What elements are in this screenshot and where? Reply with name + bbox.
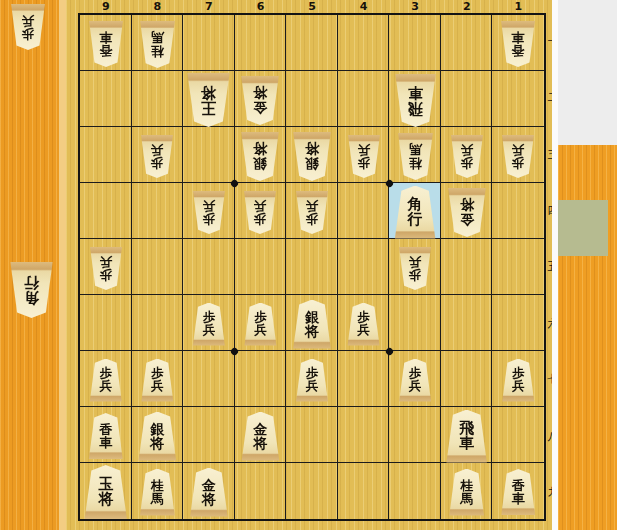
square-8e[interactable] (132, 239, 184, 295)
piece-kanji: 香 (512, 44, 525, 57)
piece-kanji: 兵 (203, 324, 216, 337)
piece-kanji: 行 (408, 212, 423, 227)
piece-kanji: 金 (253, 422, 267, 436)
square-7h[interactable] (183, 407, 235, 463)
piece-kanji: 将 (305, 324, 319, 338)
square-3f[interactable] (389, 295, 441, 351)
piece-kanji: 車 (99, 436, 112, 449)
tray-indicator (558, 200, 608, 256)
piece-kanji: 将 (253, 142, 267, 156)
square-3i[interactable] (389, 463, 441, 519)
piece-kanji: 馬 (151, 492, 164, 505)
piece-kanji: 金 (460, 212, 474, 226)
file-label: 8 (132, 0, 184, 13)
gote-hand-tray: 歩兵角行 (0, 0, 66, 530)
piece-kanji: 車 (408, 85, 423, 100)
square-6e[interactable] (235, 239, 287, 295)
piece-kanji: 桂 (409, 156, 422, 169)
file-label: 6 (235, 0, 287, 13)
square-8b[interactable] (132, 71, 184, 127)
piece-kanji: 王 (201, 100, 216, 115)
square-3a[interactable] (389, 15, 441, 71)
square-7c[interactable] (183, 127, 235, 183)
piece-kanji: 行 (24, 275, 39, 290)
square-4g[interactable] (338, 351, 390, 407)
file-label: 4 (338, 0, 390, 13)
square-8f[interactable] (132, 295, 184, 351)
piece-kanji: 兵 (460, 143, 473, 156)
piece-kanji: 兵 (254, 324, 267, 337)
shogi-board: 987654321 一二三四五六七八九 香車桂馬香車王将金将飛車歩兵銀将銀将歩兵… (66, 0, 552, 530)
piece-kanji: 将 (253, 86, 267, 100)
square-5e[interactable] (286, 239, 338, 295)
piece-kanji: 金 (253, 100, 267, 114)
piece-kanji: 桂 (151, 479, 164, 492)
piece-kanji: 兵 (254, 199, 267, 212)
piece-kanji: 兵 (203, 199, 216, 212)
square-1e[interactable] (492, 239, 544, 295)
piece-kanji: 銀 (305, 156, 319, 170)
piece-kanji: 馬 (151, 31, 164, 44)
piece-kanji: 兵 (100, 380, 113, 393)
piece-kanji: 将 (305, 142, 319, 156)
piece-kanji: 桂 (460, 479, 473, 492)
piece-kanji: 車 (99, 31, 112, 44)
piece-kanji: 兵 (100, 255, 113, 268)
file-label: 1 (493, 0, 545, 13)
piece-kanji: 兵 (306, 199, 319, 212)
piece-kanji: 兵 (409, 380, 422, 393)
file-label: 7 (183, 0, 235, 13)
piece-kanji: 香 (99, 423, 112, 436)
piece-kanji: 兵 (151, 380, 164, 393)
piece-kanji: 兵 (409, 255, 422, 268)
square-2b[interactable] (441, 71, 493, 127)
square-6g[interactable] (235, 351, 287, 407)
piece-kanji: 将 (201, 85, 216, 100)
right-gray-panel (558, 0, 617, 145)
piece-kanji: 馬 (409, 143, 422, 156)
square-9d[interactable] (80, 183, 132, 239)
square-1f[interactable] (492, 295, 544, 351)
piece-kanji: 金 (202, 478, 216, 492)
piece-kanji: 兵 (22, 14, 35, 27)
piece-gote-bishop-inhand[interactable]: 角行 (9, 262, 54, 318)
square-7a[interactable] (183, 15, 235, 71)
square-5h[interactable] (286, 407, 338, 463)
piece-kanji: 将 (150, 436, 164, 450)
piece-kanji: 香 (512, 479, 525, 492)
square-7e[interactable] (183, 239, 235, 295)
square-4d[interactable] (338, 183, 390, 239)
piece-kanji: 兵 (151, 143, 164, 156)
piece-kanji: 兵 (512, 143, 525, 156)
shogi-app: 歩兵角行 987654321 一二三四五六七八九 香車桂馬香車王将金将飛車歩兵銀… (0, 0, 617, 530)
square-3h[interactable] (389, 407, 441, 463)
piece-kanji: 桂 (151, 44, 164, 57)
piece-kanji: 飛 (408, 100, 423, 115)
file-labels: 987654321 (80, 0, 544, 13)
square-9f[interactable] (80, 295, 132, 351)
square-2e[interactable] (441, 239, 493, 295)
square-8d[interactable] (132, 183, 184, 239)
square-4i[interactable] (338, 463, 390, 519)
file-label: 5 (286, 0, 338, 13)
piece-kanji: 銀 (253, 156, 267, 170)
sente-hand-tray (558, 145, 617, 530)
square-4e[interactable] (338, 239, 390, 295)
piece-kanji: 香 (99, 44, 112, 57)
piece-kanji: 銀 (150, 422, 164, 436)
square-5b[interactable] (286, 71, 338, 127)
square-4h[interactable] (338, 407, 390, 463)
piece-kanji: 銀 (305, 310, 319, 324)
square-6i[interactable] (235, 463, 287, 519)
piece-kanji: 兵 (512, 380, 525, 393)
file-label: 2 (441, 0, 493, 13)
piece-kanji: 将 (460, 198, 474, 212)
square-2g[interactable] (441, 351, 493, 407)
square-4a[interactable] (338, 15, 390, 71)
square-2a[interactable] (441, 15, 493, 71)
square-2f[interactable] (441, 295, 493, 351)
square-1h[interactable] (492, 407, 544, 463)
square-9b[interactable] (80, 71, 132, 127)
piece-kanji: 角 (24, 290, 39, 305)
square-5a[interactable] (286, 15, 338, 71)
piece-kanji: 将 (202, 492, 216, 506)
piece-kanji: 将 (253, 436, 267, 450)
file-label: 9 (80, 0, 132, 13)
square-1d[interactable] (492, 183, 544, 239)
piece-kanji: 兵 (306, 380, 319, 393)
square-5i[interactable] (286, 463, 338, 519)
piece-kanji: 将 (98, 492, 113, 507)
piece-gote-pawn-inhand[interactable]: 歩兵 (10, 4, 46, 50)
piece-kanji: 兵 (357, 143, 370, 156)
square-9c[interactable] (80, 127, 132, 183)
piece-kanji: 車 (512, 492, 525, 505)
square-1b[interactable] (492, 71, 544, 127)
square-4b[interactable] (338, 71, 390, 127)
piece-kanji: 車 (512, 31, 525, 44)
file-label: 3 (389, 0, 441, 13)
square-6a[interactable] (235, 15, 287, 71)
piece-kanji: 車 (459, 436, 474, 451)
piece-kanji: 兵 (357, 324, 370, 337)
piece-kanji: 馬 (460, 492, 473, 505)
square-7g[interactable] (183, 351, 235, 407)
